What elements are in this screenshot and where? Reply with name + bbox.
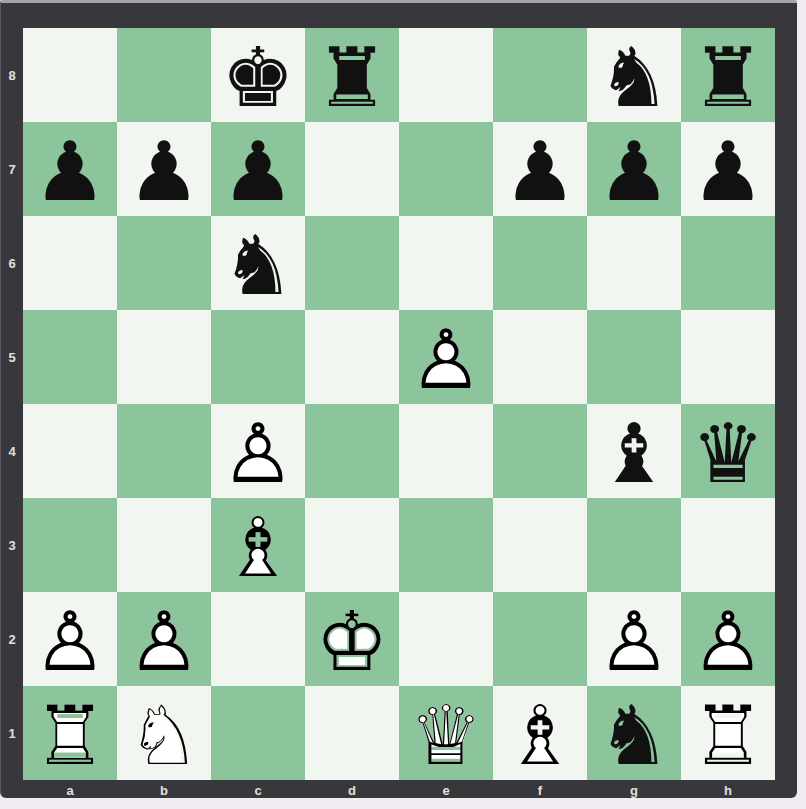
square-e3[interactable] (399, 498, 493, 592)
square-g8[interactable]: ♞ (587, 28, 681, 122)
white-piece-outline: ♙ (127, 594, 201, 686)
piece-white-P-a2[interactable]: ♟♙ (33, 601, 107, 683)
white-piece-outline: ♗ (221, 500, 295, 592)
white-piece-outline: ♙ (597, 594, 671, 686)
square-h2[interactable]: ♟♙ (681, 592, 775, 686)
square-g2[interactable]: ♟♙ (587, 592, 681, 686)
square-g6[interactable] (587, 216, 681, 310)
square-e5[interactable]: ♟♙ (399, 310, 493, 404)
piece-black-P-b7[interactable]: ♟ (127, 131, 201, 213)
square-e1[interactable]: ♛♕ (399, 686, 493, 780)
square-g4[interactable]: ♝ (587, 404, 681, 498)
square-c4[interactable]: ♟♙ (211, 404, 305, 498)
square-d2[interactable]: ♚♔ (305, 592, 399, 686)
square-f7[interactable]: ♟ (493, 122, 587, 216)
square-b1[interactable]: ♞♘ (117, 686, 211, 780)
square-h6[interactable] (681, 216, 775, 310)
square-d6[interactable] (305, 216, 399, 310)
piece-black-B-g4[interactable]: ♝ (597, 413, 671, 495)
square-b8[interactable] (117, 28, 211, 122)
square-f8[interactable] (493, 28, 587, 122)
file-label-d: d (305, 780, 399, 800)
square-a4[interactable] (23, 404, 117, 498)
square-c8[interactable]: ♚ (211, 28, 305, 122)
rank-label-1: 1 (1, 686, 23, 780)
square-e7[interactable] (399, 122, 493, 216)
square-c1[interactable] (211, 686, 305, 780)
square-g1[interactable]: ♞ (587, 686, 681, 780)
square-f5[interactable] (493, 310, 587, 404)
chess-board: ♚♜♞♜♟♟♟♟♟♟♞♟♙♟♙♝♛♝♗♟♙♟♙♚♔♟♙♟♙♜♖♞♘♛♕♝♗♞♜♖ (23, 28, 775, 780)
board-frame: 87654321 abcdefgh ♚♜♞♜♟♟♟♟♟♟♞♟♙♟♙♝♛♝♗♟♙♟… (0, 0, 797, 798)
square-c3[interactable]: ♝♗ (211, 498, 305, 592)
square-c6[interactable]: ♞ (211, 216, 305, 310)
square-g3[interactable] (587, 498, 681, 592)
square-b5[interactable] (117, 310, 211, 404)
square-h1[interactable]: ♜♖ (681, 686, 775, 780)
square-h8[interactable]: ♜ (681, 28, 775, 122)
white-piece-outline: ♙ (221, 406, 295, 498)
square-g7[interactable]: ♟ (587, 122, 681, 216)
piece-black-P-g7[interactable]: ♟ (597, 131, 671, 213)
piece-black-P-h7[interactable]: ♟ (691, 131, 765, 213)
piece-white-Q-e1[interactable]: ♛♕ (409, 695, 483, 777)
square-e8[interactable] (399, 28, 493, 122)
square-b2[interactable]: ♟♙ (117, 592, 211, 686)
rank-label-4: 4 (1, 404, 23, 498)
rank-label-5: 5 (1, 310, 23, 404)
square-a7[interactable]: ♟ (23, 122, 117, 216)
square-d1[interactable] (305, 686, 399, 780)
square-e6[interactable] (399, 216, 493, 310)
square-h5[interactable] (681, 310, 775, 404)
rank-labels: 87654321 (1, 28, 23, 780)
square-c5[interactable] (211, 310, 305, 404)
rank-label-3: 3 (1, 498, 23, 592)
file-label-e: e (399, 780, 493, 800)
file-label-h: h (681, 780, 775, 800)
piece-black-R-h8[interactable]: ♜ (691, 37, 765, 119)
piece-black-P-f7[interactable]: ♟ (503, 131, 577, 213)
square-d8[interactable]: ♜ (305, 28, 399, 122)
white-piece-outline: ♗ (503, 688, 577, 780)
piece-white-P-h2[interactable]: ♟♙ (691, 601, 765, 683)
piece-black-P-a7[interactable]: ♟ (33, 131, 107, 213)
square-f1[interactable]: ♝♗ (493, 686, 587, 780)
piece-black-Q-h4[interactable]: ♛ (691, 413, 765, 495)
square-e4[interactable] (399, 404, 493, 498)
square-g5[interactable] (587, 310, 681, 404)
piece-black-P-c7[interactable]: ♟ (221, 131, 295, 213)
square-d3[interactable] (305, 498, 399, 592)
square-d7[interactable] (305, 122, 399, 216)
square-a6[interactable] (23, 216, 117, 310)
square-h3[interactable] (681, 498, 775, 592)
square-c2[interactable] (211, 592, 305, 686)
piece-white-P-e5[interactable]: ♟♙ (409, 319, 483, 401)
square-b6[interactable] (117, 216, 211, 310)
square-a3[interactable] (23, 498, 117, 592)
square-f4[interactable] (493, 404, 587, 498)
piece-white-B-f1[interactable]: ♝♗ (503, 695, 577, 777)
piece-white-R-h1[interactable]: ♜♖ (691, 695, 765, 777)
white-piece-outline: ♙ (691, 594, 765, 686)
file-label-g: g (587, 780, 681, 800)
square-c7[interactable]: ♟ (211, 122, 305, 216)
piece-black-R-d8[interactable]: ♜ (315, 37, 389, 119)
white-piece-outline: ♙ (33, 594, 107, 686)
rank-label-8: 8 (1, 28, 23, 122)
piece-white-P-b2[interactable]: ♟♙ (127, 601, 201, 683)
square-a8[interactable] (23, 28, 117, 122)
square-h7[interactable]: ♟ (681, 122, 775, 216)
rank-label-2: 2 (1, 592, 23, 686)
piece-white-N-b1[interactable]: ♞♘ (127, 695, 201, 777)
square-a2[interactable]: ♟♙ (23, 592, 117, 686)
white-piece-outline: ♘ (127, 688, 201, 780)
piece-black-K-c8[interactable]: ♚ (221, 37, 295, 119)
white-piece-outline: ♙ (409, 312, 483, 404)
white-piece-outline: ♖ (33, 688, 107, 780)
piece-white-B-c3[interactable]: ♝♗ (221, 507, 295, 589)
piece-black-N-g8[interactable]: ♞ (597, 37, 671, 119)
square-b4[interactable] (117, 404, 211, 498)
square-a5[interactable] (23, 310, 117, 404)
square-f3[interactable] (493, 498, 587, 592)
piece-white-K-d2[interactable]: ♚♔ (315, 601, 389, 683)
square-f2[interactable] (493, 592, 587, 686)
piece-white-P-g2[interactable]: ♟♙ (597, 601, 671, 683)
rank-label-7: 7 (1, 122, 23, 216)
rank-label-6: 6 (1, 216, 23, 310)
file-label-a: a (23, 780, 117, 800)
piece-white-R-a1[interactable]: ♜♖ (33, 695, 107, 777)
square-e2[interactable] (399, 592, 493, 686)
white-piece-outline: ♕ (409, 688, 483, 780)
page-background: 87654321 abcdefgh ♚♜♞♜♟♟♟♟♟♟♞♟♙♟♙♝♛♝♗♟♙♟… (0, 0, 806, 809)
square-a1[interactable]: ♜♖ (23, 686, 117, 780)
file-label-b: b (117, 780, 211, 800)
file-labels: abcdefgh (23, 780, 775, 800)
file-label-f: f (493, 780, 587, 800)
piece-black-N-g1[interactable]: ♞ (597, 695, 671, 777)
square-d5[interactable] (305, 310, 399, 404)
piece-black-N-c6[interactable]: ♞ (221, 225, 295, 307)
square-h4[interactable]: ♛ (681, 404, 775, 498)
square-f6[interactable] (493, 216, 587, 310)
square-b7[interactable]: ♟ (117, 122, 211, 216)
file-label-c: c (211, 780, 305, 800)
white-piece-outline: ♖ (691, 688, 765, 780)
white-piece-outline: ♔ (315, 594, 389, 686)
square-b3[interactable] (117, 498, 211, 592)
square-d4[interactable] (305, 404, 399, 498)
piece-white-P-c4[interactable]: ♟♙ (221, 413, 295, 495)
